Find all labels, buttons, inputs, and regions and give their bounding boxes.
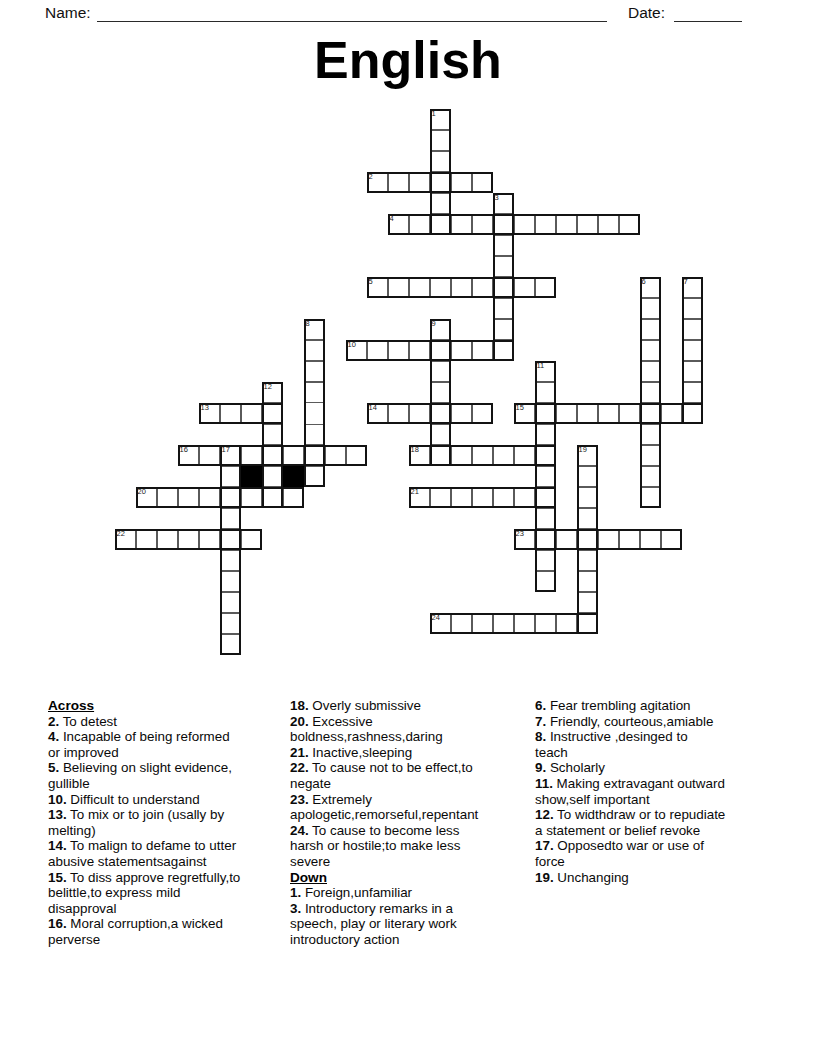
grid-cell-r8c13[interactable] xyxy=(388,277,409,298)
grid-cell-r13c20[interactable] xyxy=(535,382,556,403)
grid-cell-r3c15[interactable] xyxy=(430,172,451,193)
grid-cell-r18c17[interactable] xyxy=(472,487,493,508)
clue-16: 16. Moral corruption,a wicked perverse xyxy=(48,916,288,947)
grid-number-12: 12 xyxy=(264,383,272,391)
grid-cell-r11c13[interactable] xyxy=(388,340,409,361)
puzzle-title: English xyxy=(0,30,816,90)
clue-20: 20. Excessive boldness,rashness,daring xyxy=(290,714,533,745)
grid-cell-r25c5[interactable] xyxy=(220,634,241,655)
grid-cell-r18c4[interactable] xyxy=(199,487,220,508)
grid-number-17: 17 xyxy=(222,446,230,454)
grid-cell-r16c25[interactable] xyxy=(640,445,661,466)
grid-number-2: 2 xyxy=(369,173,373,181)
grid-cell-r18c2[interactable] xyxy=(157,487,178,508)
grid-cell-r18c8[interactable] xyxy=(283,487,304,508)
clue-14-number: 14. xyxy=(48,838,67,853)
grid-cell-r8c14[interactable] xyxy=(409,277,430,298)
grid-cell-r20c1[interactable] xyxy=(136,529,157,550)
grid-number-3: 3 xyxy=(495,194,499,202)
grid-cell-r16c4[interactable] xyxy=(199,445,220,466)
grid-cell-r10c27[interactable] xyxy=(682,319,703,340)
grid-cell-r23c22[interactable] xyxy=(577,592,598,613)
grid-cell-r24c16[interactable] xyxy=(451,613,472,634)
grid-cell-r24c18[interactable] xyxy=(493,613,514,634)
grid-cell-r24c21[interactable] xyxy=(556,613,577,634)
grid-cell-r24c20[interactable] xyxy=(535,613,556,634)
grid-number-15: 15 xyxy=(516,404,524,412)
grid-cell-r17c9[interactable] xyxy=(304,466,325,487)
grid-cell-r11c14[interactable] xyxy=(409,340,430,361)
clue-2: 2. To detest xyxy=(48,714,288,730)
grid-cell-r3c16[interactable] xyxy=(451,172,472,193)
grid-cell-r18c19[interactable] xyxy=(514,487,535,508)
grid-number-21: 21 xyxy=(411,488,419,496)
grid-cell-r12c25[interactable] xyxy=(640,361,661,382)
grid-cell-r11c17[interactable] xyxy=(472,340,493,361)
grid-cell-r7c18[interactable] xyxy=(493,256,514,277)
grid-cell-r11c9[interactable] xyxy=(304,340,325,361)
grid-cell-r8c15[interactable] xyxy=(430,277,451,298)
grid-cell-r10c18[interactable] xyxy=(493,319,514,340)
grid-cell-r5c21[interactable] xyxy=(556,214,577,235)
grid-cell-r13c9[interactable] xyxy=(304,382,325,403)
grid-cell-r23c5[interactable] xyxy=(220,592,241,613)
clue-6-number: 6. xyxy=(535,698,546,713)
grid-cell-r16c7[interactable] xyxy=(262,445,283,466)
clue-18: 18. Overly submissive xyxy=(290,698,533,714)
grid-cell-r18c3[interactable] xyxy=(178,487,199,508)
grid-cell-r12c15[interactable] xyxy=(430,361,451,382)
grid-cell-r15c20[interactable] xyxy=(535,424,556,445)
grid-number-9: 9 xyxy=(432,320,436,328)
grid-cell-r24c19[interactable] xyxy=(514,613,535,634)
grid-cell-r20c3[interactable] xyxy=(178,529,199,550)
grid-cell-r17c25[interactable] xyxy=(640,466,661,487)
grid-cell-r1c15[interactable] xyxy=(430,130,451,151)
grid-number-4: 4 xyxy=(390,215,394,223)
name-label: Name: xyxy=(45,4,91,22)
grid-number-23: 23 xyxy=(516,530,524,538)
clue-14: 14. To malign to defame to utter abusive… xyxy=(48,838,288,869)
grid-cell-r14c17[interactable] xyxy=(472,403,493,424)
clue-21-number: 21. xyxy=(290,745,309,760)
clue-19: 19. Unchanging xyxy=(535,870,787,886)
grid-cell-r15c25[interactable] xyxy=(640,424,661,445)
clue-column-2: 18. Overly submissive20. Excessive boldn… xyxy=(290,698,533,948)
grid-cell-r22c5[interactable] xyxy=(220,571,241,592)
grid-number-10: 10 xyxy=(348,341,356,349)
grid-cell-r14c24[interactable] xyxy=(619,403,640,424)
grid-cell-r8c17[interactable] xyxy=(472,277,493,298)
grid-cell-r3c13[interactable] xyxy=(388,172,409,193)
grid-cell-r6c18[interactable] xyxy=(493,235,514,256)
grid-cell-r14c20[interactable] xyxy=(535,403,556,424)
clue-4: 4. Incapable of being reformed or improv… xyxy=(48,729,288,760)
grid-cell-r8c16[interactable] xyxy=(451,277,472,298)
clue-13: 13. To mix or to join (usally by melting… xyxy=(48,807,288,838)
grid-number-18: 18 xyxy=(411,446,419,454)
grid-cell-r21c22[interactable] xyxy=(577,550,598,571)
grid-cell-r9c25[interactable] xyxy=(640,298,661,319)
grid-cell-r9c18[interactable] xyxy=(493,298,514,319)
grid-cell-r21c20[interactable] xyxy=(535,550,556,571)
grid-cell-r12c27[interactable] xyxy=(682,361,703,382)
clue-1: 1. Foreign,unfamiliar xyxy=(290,885,533,901)
name-blank-line[interactable] xyxy=(97,4,607,22)
date-blank-line[interactable] xyxy=(674,4,742,22)
clue-18-number: 18. xyxy=(290,698,309,713)
grid-cell-r16c19[interactable] xyxy=(514,445,535,466)
clue-4-number: 4. xyxy=(48,729,59,744)
grid-cell-r17c5[interactable] xyxy=(220,466,241,487)
black-cell xyxy=(241,466,262,487)
grid-cell-r17c20[interactable] xyxy=(535,466,556,487)
clue-5: 5. Believing on slight evidence, gullibl… xyxy=(48,760,288,791)
clue-12-number: 12. xyxy=(535,807,554,822)
grid-cell-r14c27[interactable] xyxy=(682,403,703,424)
grid-cell-r5c18[interactable] xyxy=(493,214,514,235)
grid-number-5: 5 xyxy=(369,278,373,286)
grid-cell-r5c23[interactable] xyxy=(598,214,619,235)
clue-column-1: Across2. To detest4. Incapable of being … xyxy=(48,698,288,948)
crossword-grid: 123456789101112131415161718192021222324 xyxy=(115,109,703,655)
grid-cell-r18c22[interactable] xyxy=(577,487,598,508)
grid-cell-r16c6[interactable] xyxy=(241,445,262,466)
grid-cell-r16c15[interactable] xyxy=(430,445,451,466)
grid-cell-r14c21[interactable] xyxy=(556,403,577,424)
grid-number-8: 8 xyxy=(306,320,310,328)
clue-7-number: 7. xyxy=(535,714,546,729)
clue-9: 9. Scholarly xyxy=(535,760,787,776)
clue-column-3: 6. Fear trembling agitation7. Friendly, … xyxy=(535,698,787,885)
grid-cell-r5c24[interactable] xyxy=(619,214,640,235)
grid-cell-r20c2[interactable] xyxy=(157,529,178,550)
clue-22: 22. To cause not to be effect,to negate xyxy=(290,760,533,791)
grid-cell-r16c20[interactable] xyxy=(535,445,556,466)
grid-number-11: 11 xyxy=(537,362,545,370)
grid-cell-r14c6[interactable] xyxy=(241,403,262,424)
grid-cell-r16c11[interactable] xyxy=(346,445,367,466)
grid-cell-r13c27[interactable] xyxy=(682,382,703,403)
grid-cell-r2c15[interactable] xyxy=(430,151,451,172)
grid-cell-r5c17[interactable] xyxy=(472,214,493,235)
grid-number-7: 7 xyxy=(684,278,688,286)
clue-6: 6. Fear trembling agitation xyxy=(535,698,787,714)
grid-cell-r20c6[interactable] xyxy=(241,529,262,550)
clue-2-number: 2. xyxy=(48,714,59,729)
grid-number-20: 20 xyxy=(138,488,146,496)
grid-cell-r22c22[interactable] xyxy=(577,571,598,592)
clue-3-number: 3. xyxy=(290,901,301,916)
across-header: Across xyxy=(48,698,288,714)
clue-20-number: 20. xyxy=(290,714,309,729)
clue-15: 15. To diss approve regretfully,to belit… xyxy=(48,870,288,917)
grid-cell-r15c9[interactable] xyxy=(304,424,325,445)
grid-cell-r14c26[interactable] xyxy=(661,403,682,424)
clue-7: 7. Friendly, courteous,amiable xyxy=(535,714,787,730)
grid-cell-r14c5[interactable] xyxy=(220,403,241,424)
grid-cell-r8c20[interactable] xyxy=(535,277,556,298)
grid-cell-r18c5[interactable] xyxy=(220,487,241,508)
grid-number-6: 6 xyxy=(642,278,646,286)
grid-cell-r14c23[interactable] xyxy=(598,403,619,424)
grid-number-14: 14 xyxy=(369,404,377,412)
grid-cell-r20c25[interactable] xyxy=(640,529,661,550)
clue-10-number: 10. xyxy=(48,792,67,807)
grid-cell-r13c15[interactable] xyxy=(430,382,451,403)
clue-21: 21. Inactive,sleeping xyxy=(290,745,533,761)
grid-cell-r12c9[interactable] xyxy=(304,361,325,382)
grid-cell-r14c7[interactable] xyxy=(262,403,283,424)
grid-cell-r5c16[interactable] xyxy=(451,214,472,235)
grid-cell-r24c22[interactable] xyxy=(577,613,598,634)
grid-cell-r17c22[interactable] xyxy=(577,466,598,487)
grid-cell-r20c20[interactable] xyxy=(535,529,556,550)
grid-cell-r16c18[interactable] xyxy=(493,445,514,466)
grid-number-22: 22 xyxy=(117,530,125,538)
clue-3: 3. Introductory remarks in a speech, pla… xyxy=(290,901,533,948)
clue-16-number: 16. xyxy=(48,916,67,931)
clue-8: 8. Instructive ,desinged to teach xyxy=(535,729,787,760)
clue-9-number: 9. xyxy=(535,760,546,775)
clue-23: 23. Extremely apologetic,remorseful,repe… xyxy=(290,792,533,823)
grid-cell-r17c7[interactable] xyxy=(262,466,283,487)
grid-cell-r11c15[interactable] xyxy=(430,340,451,361)
grid-cell-r15c7[interactable] xyxy=(262,424,283,445)
clue-24: 24. To cause to become less harsh or hos… xyxy=(290,823,533,870)
grid-cell-r11c18[interactable] xyxy=(493,340,514,361)
grid-cell-r24c17[interactable] xyxy=(472,613,493,634)
grid-number-16: 16 xyxy=(180,446,188,454)
clue-17: 17. Opposedto war or use of force xyxy=(535,838,787,869)
clue-11: 11. Making extravagant outward show,self… xyxy=(535,776,787,807)
clue-22-number: 22. xyxy=(290,760,309,775)
grid-cell-r14c25[interactable] xyxy=(640,403,661,424)
grid-cell-r11c25[interactable] xyxy=(640,340,661,361)
grid-cell-r16c17[interactable] xyxy=(472,445,493,466)
grid-cell-r3c14[interactable] xyxy=(409,172,430,193)
grid-cell-r14c15[interactable] xyxy=(430,403,451,424)
grid-cell-r18c20[interactable] xyxy=(535,487,556,508)
grid-cell-r14c22[interactable] xyxy=(577,403,598,424)
grid-cell-r15c15[interactable] xyxy=(430,424,451,445)
grid-cell-r9c27[interactable] xyxy=(682,298,703,319)
grid-cell-r11c27[interactable] xyxy=(682,340,703,361)
clue-11-number: 11. xyxy=(535,776,553,791)
grid-number-13: 13 xyxy=(201,404,209,412)
grid-cell-r20c23[interactable] xyxy=(598,529,619,550)
grid-cell-r8c18[interactable] xyxy=(493,277,514,298)
down-header: Down xyxy=(290,870,533,886)
grid-cell-r3c17[interactable] xyxy=(472,172,493,193)
black-cell xyxy=(283,466,304,487)
grid-cell-r13c25[interactable] xyxy=(640,382,661,403)
grid-number-19: 19 xyxy=(579,446,587,454)
date-label: Date: xyxy=(628,4,665,22)
grid-cell-r19c22[interactable] xyxy=(577,508,598,529)
grid-number-24: 24 xyxy=(432,614,440,622)
grid-cell-r14c16[interactable] xyxy=(451,403,472,424)
grid-cell-r16c16[interactable] xyxy=(451,445,472,466)
grid-cell-r24c5[interactable] xyxy=(220,613,241,634)
grid-cell-r19c5[interactable] xyxy=(220,508,241,529)
grid-cell-r22c20[interactable] xyxy=(535,571,556,592)
clue-17-number: 17. xyxy=(535,838,554,853)
grid-cell-r14c14[interactable] xyxy=(409,403,430,424)
grid-cell-r5c22[interactable] xyxy=(577,214,598,235)
grid-cell-r20c22[interactable] xyxy=(577,529,598,550)
grid-number-1: 1 xyxy=(432,110,436,118)
grid-cell-r20c26[interactable] xyxy=(661,529,682,550)
grid-cell-r20c24[interactable] xyxy=(619,529,640,550)
grid-cell-r18c15[interactable] xyxy=(430,487,451,508)
grid-cell-r16c8[interactable] xyxy=(283,445,304,466)
grid-cell-r18c25[interactable] xyxy=(640,487,661,508)
clue-5-number: 5. xyxy=(48,760,59,775)
grid-cell-r20c4[interactable] xyxy=(199,529,220,550)
grid-cell-r18c6[interactable] xyxy=(241,487,262,508)
clue-24-number: 24. xyxy=(290,823,309,838)
clue-19-number: 19. xyxy=(535,870,554,885)
grid-cell-r16c10[interactable] xyxy=(325,445,346,466)
grid-cell-r20c5[interactable] xyxy=(220,529,241,550)
grid-cell-r16c9[interactable] xyxy=(304,445,325,466)
clue-13-number: 13. xyxy=(48,807,67,822)
clue-8-number: 8. xyxy=(535,729,546,744)
grid-cell-r18c7[interactable] xyxy=(262,487,283,508)
grid-cell-r8c19[interactable] xyxy=(514,277,535,298)
worksheet-page: Name: Date: English 12345678910111213141… xyxy=(0,0,816,1056)
grid-cell-r5c15[interactable] xyxy=(430,214,451,235)
grid-cell-r11c12[interactable] xyxy=(367,340,388,361)
clue-15-number: 15. xyxy=(48,870,67,885)
grid-cell-r4c15[interactable] xyxy=(430,193,451,214)
grid-cell-r11c16[interactable] xyxy=(451,340,472,361)
grid-cell-r10c25[interactable] xyxy=(640,319,661,340)
grid-cell-r5c19[interactable] xyxy=(514,214,535,235)
clue-10: 10. Difficult to understand xyxy=(48,792,288,808)
clue-23-number: 23. xyxy=(290,792,309,807)
grid-cell-r5c14[interactable] xyxy=(409,214,430,235)
grid-cell-r18c18[interactable] xyxy=(493,487,514,508)
grid-cell-r19c20[interactable] xyxy=(535,508,556,529)
grid-cell-r5c20[interactable] xyxy=(535,214,556,235)
grid-cell-r21c5[interactable] xyxy=(220,550,241,571)
grid-cell-r14c13[interactable] xyxy=(388,403,409,424)
grid-cell-r20c21[interactable] xyxy=(556,529,577,550)
grid-cell-r18c16[interactable] xyxy=(451,487,472,508)
clue-12: 12. To widthdraw or to repudiate a state… xyxy=(535,807,787,838)
clue-1-number: 1. xyxy=(290,885,301,900)
